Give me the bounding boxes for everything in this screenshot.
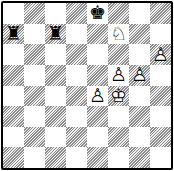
piece-glyph: ♙ [110,65,127,84]
piece-black-rook[interactable]: ♜ [3,24,24,45]
piece-white-pawn[interactable]: ♟♙ [150,44,171,65]
square-h3[interactable] [150,106,171,127]
square-b7[interactable] [24,24,45,45]
square-e8[interactable]: ♚ [87,3,108,24]
square-f1[interactable] [108,147,129,168]
square-d8[interactable] [66,3,87,24]
square-e4[interactable]: ♟♙ [87,86,108,107]
piece-white-pawn[interactable]: ♟♙ [129,65,150,86]
square-b4[interactable] [24,86,45,107]
square-f7[interactable]: ♞♘ [108,24,129,45]
square-g3[interactable] [129,106,150,127]
square-g5[interactable]: ♟♙ [129,65,150,86]
square-g6[interactable] [129,44,150,65]
square-d3[interactable] [66,106,87,127]
square-f2[interactable] [108,127,129,148]
piece-glyph: ♚ [89,3,106,22]
square-g8[interactable] [129,3,150,24]
square-h8[interactable] [150,3,171,24]
square-h7[interactable] [150,24,171,45]
square-g4[interactable] [129,86,150,107]
square-a4[interactable] [3,86,24,107]
piece-white-knight[interactable]: ♞♘ [108,24,129,45]
square-b2[interactable] [24,127,45,148]
square-d4[interactable] [66,86,87,107]
square-a3[interactable] [3,106,24,127]
square-d5[interactable] [66,65,87,86]
square-b6[interactable] [24,44,45,65]
square-g7[interactable] [129,24,150,45]
square-a8[interactable] [3,3,24,24]
diagram-frame: ♚♜♜♞♘♟♙♟♙♟♙♟♙♚♔ [0,0,174,171]
square-e2[interactable] [87,127,108,148]
square-a1[interactable] [3,147,24,168]
square-d7[interactable] [66,24,87,45]
square-b5[interactable] [24,65,45,86]
square-e3[interactable] [87,106,108,127]
square-h2[interactable] [150,127,171,148]
square-h1[interactable] [150,147,171,168]
square-a2[interactable] [3,127,24,148]
square-c5[interactable] [45,65,66,86]
square-f5[interactable]: ♟♙ [108,65,129,86]
piece-black-rook[interactable]: ♜ [45,24,66,45]
square-d1[interactable] [66,147,87,168]
square-e7[interactable] [87,24,108,45]
square-d2[interactable] [66,127,87,148]
square-c2[interactable] [45,127,66,148]
piece-glyph: ♜ [5,24,22,43]
piece-black-king[interactable]: ♚ [87,3,108,24]
square-c1[interactable] [45,147,66,168]
square-f8[interactable] [108,3,129,24]
square-a5[interactable] [3,65,24,86]
piece-white-pawn[interactable]: ♟♙ [108,65,129,86]
square-b8[interactable] [24,3,45,24]
piece-glyph: ♙ [131,65,148,84]
square-g1[interactable] [129,147,150,168]
piece-glyph: ♘ [110,24,127,43]
square-a7[interactable]: ♜ [3,24,24,45]
piece-white-king[interactable]: ♚♔ [108,86,129,107]
square-e5[interactable] [87,65,108,86]
square-g2[interactable] [129,127,150,148]
piece-glyph: ♙ [89,86,106,105]
square-f3[interactable] [108,106,129,127]
square-h5[interactable] [150,65,171,86]
square-c8[interactable] [45,3,66,24]
square-h6[interactable]: ♟♙ [150,44,171,65]
square-e1[interactable] [87,147,108,168]
piece-glyph: ♜ [47,24,64,43]
square-f6[interactable] [108,44,129,65]
square-h4[interactable] [150,86,171,107]
square-c3[interactable] [45,106,66,127]
square-a6[interactable] [3,44,24,65]
chess-board: ♚♜♜♞♘♟♙♟♙♟♙♟♙♚♔ [1,1,173,170]
square-c6[interactable] [45,44,66,65]
square-c7[interactable]: ♜ [45,24,66,45]
square-d6[interactable] [66,44,87,65]
piece-glyph: ♔ [110,86,127,105]
square-f4[interactable]: ♚♔ [108,86,129,107]
square-b3[interactable] [24,106,45,127]
piece-glyph: ♙ [152,45,169,64]
square-e6[interactable] [87,44,108,65]
piece-white-pawn[interactable]: ♟♙ [87,86,108,107]
square-c4[interactable] [45,86,66,107]
square-b1[interactable] [24,147,45,168]
